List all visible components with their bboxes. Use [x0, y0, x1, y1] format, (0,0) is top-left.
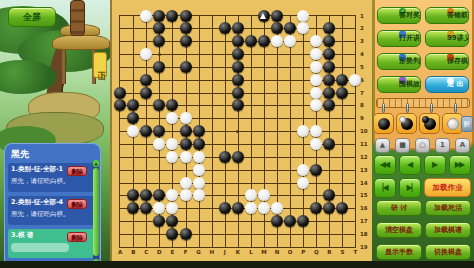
row-label: 11: [360, 141, 368, 147]
problem-subtitle: 黑先，请征吃白棋。: [11, 177, 70, 186]
column-label: M: [261, 249, 266, 255]
go-board[interactable]: ABCDEFGHJKLMNOPQRST123456789101112131415…: [110, 0, 372, 261]
black-stone: [180, 22, 192, 34]
black-stone-icon: [378, 118, 390, 130]
bottom-edge: [0, 261, 474, 268]
row-label: 18: [360, 231, 368, 237]
fast-forward-button[interactable]: ▶▶: [449, 155, 471, 175]
go-teaching-app: 全屏 下山 黑先 1.类别-征-全部-1 黑先，请征吃白棋。 删除 2.类别-征…: [0, 0, 474, 268]
white-stone-icon: [399, 116, 406, 123]
column-label: O: [288, 249, 293, 255]
star-point: [158, 53, 161, 56]
black-stone: [232, 87, 244, 99]
row-label: 12: [360, 154, 368, 160]
black-stone: [180, 35, 192, 47]
last-move-marker-icon: [260, 13, 266, 19]
place-black-alt-tool[interactable]: [419, 113, 440, 134]
position-judge-button[interactable]: 形势判断: [377, 53, 421, 70]
row-label: 19: [360, 244, 368, 250]
white-stone-icon: [447, 118, 459, 130]
reward-wrong-button[interactable]: 答错鼓励: [425, 7, 469, 24]
column-label: H: [209, 249, 214, 255]
column-label: R: [327, 249, 331, 255]
grid-line: [120, 234, 355, 235]
black-stone: [219, 151, 231, 163]
white-stone: [193, 151, 205, 163]
column-label: G: [196, 249, 201, 255]
pavilion-post: [62, 48, 66, 84]
black-stone: [232, 151, 244, 163]
place-black-tool[interactable]: [373, 113, 394, 134]
row-label: 17: [360, 218, 368, 224]
white-stone: [180, 177, 192, 189]
go-story-button[interactable]: 围棋故事: [377, 76, 421, 93]
triangle-marker-tool[interactable]: ▲: [375, 138, 390, 153]
black-stone: [193, 138, 205, 150]
black-stone: [232, 202, 244, 214]
column-label: E: [171, 249, 175, 255]
black-stone: [140, 74, 152, 86]
problem-title: 2.类别-征-全部-4: [11, 198, 63, 207]
totem-statue: [70, 0, 85, 36]
scrollbar[interactable]: ▲ ▼: [93, 160, 99, 266]
white-stone: [297, 164, 309, 176]
white-stone: [193, 189, 205, 201]
row-label: 16: [360, 205, 368, 211]
black-stone: [180, 228, 192, 240]
pavilion-roof: [52, 34, 110, 50]
hanging-tag[interactable]: 下山: [93, 52, 107, 78]
switch-board-button[interactable]: 切换棋盘: [425, 244, 471, 260]
black-stone: [193, 125, 205, 137]
white-stone: [180, 112, 192, 124]
row-label: 1: [360, 13, 364, 19]
discuss-button[interactable]: 研 讨: [376, 200, 422, 216]
black-stone: [180, 61, 192, 73]
back-button[interactable]: ◀: [399, 155, 421, 175]
problem-item[interactable]: 2.类别-征-全部-4 黑先，请征吃白棋。 删除: [8, 196, 97, 225]
black-stone: [114, 87, 126, 99]
row-label: 13: [360, 167, 368, 173]
alternate-stones-tool[interactable]: [396, 113, 417, 134]
scrollbar-thumb[interactable]: [93, 168, 99, 256]
delete-button[interactable]: 删除: [67, 166, 87, 176]
load-homework-button[interactable]: 加载作业: [424, 178, 471, 197]
white-stone: [310, 87, 322, 99]
column-label: P: [301, 249, 305, 255]
row-label: 9: [360, 115, 364, 121]
scroll-up-icon[interactable]: ▲: [93, 160, 99, 167]
row-label: 4: [360, 51, 364, 57]
solve-button[interactable]: 解: [461, 116, 473, 132]
letter-marker-tool[interactable]: A: [455, 138, 470, 153]
row-label: 2: [360, 25, 364, 31]
column-label: Q: [314, 249, 319, 255]
problem-subtitle: 黑先，请征吃白棋。: [11, 210, 70, 219]
row-label: 3: [360, 38, 364, 44]
lecture-99-button[interactable]: 99讲义: [425, 30, 469, 47]
black-stone: [310, 164, 322, 176]
column-label: S: [340, 249, 344, 255]
problem-title: 1.类别-征-全部-1: [11, 165, 63, 174]
reward-correct-button[interactable]: ✓答对奖励: [377, 7, 421, 24]
panel-title: 黑先: [11, 148, 29, 161]
row-label: 14: [360, 180, 368, 186]
number-marker-tool[interactable]: 1: [435, 138, 450, 153]
place-white-tool[interactable]: [442, 113, 463, 134]
to-end-button[interactable]: ▶|: [399, 178, 421, 198]
white-stone: [297, 10, 309, 22]
black-stone: [232, 48, 244, 60]
white-stone: [310, 74, 322, 86]
black-stone: [271, 10, 283, 22]
column-label: N: [275, 249, 280, 255]
peg: [406, 103, 409, 113]
load-tsumego-button[interactable]: 加载死活: [425, 200, 471, 216]
forward-button[interactable]: ▶: [424, 155, 446, 175]
column-label: L: [249, 249, 253, 255]
white-stone: [180, 189, 192, 201]
white-stone: [180, 151, 192, 163]
black-stone: [153, 10, 165, 22]
fullscreen-button[interactable]: 全屏: [8, 7, 56, 27]
white-stone: [297, 177, 309, 189]
black-stone: [166, 10, 178, 22]
column-label: A: [118, 249, 122, 255]
row-label: 5: [360, 64, 364, 70]
column-label: B: [131, 249, 135, 255]
row-label: 7: [360, 90, 364, 96]
column-label: F: [184, 249, 188, 255]
black-stone: [232, 74, 244, 86]
row-label: 10: [360, 128, 368, 134]
white-stone: [193, 164, 205, 176]
white-stone: [349, 74, 361, 86]
column-label: K: [236, 249, 240, 255]
problem-item[interactable]: 1.类别-征-全部-1 黑先，请征吃白棋。 删除: [8, 163, 97, 192]
open-lecture-button[interactable]: 打开讲义: [377, 30, 421, 47]
save-kifu-button[interactable]: 保存棋谱: [425, 53, 469, 70]
black-stone: [323, 74, 335, 86]
peg: [382, 103, 385, 113]
black-stone: [180, 138, 192, 150]
problem-title: 3.棋 谱: [11, 231, 33, 240]
black-stone: [336, 87, 348, 99]
column-label: D: [157, 249, 162, 255]
problem-subtitle-bar: [11, 243, 69, 252]
problem-list-panel: 黑先 1.类别-征-全部-1 黑先，请征吃白棋。 删除 2.类别-征-全部-4 …: [4, 143, 101, 268]
show-move-numbers-button[interactable]: 显示手数: [376, 244, 422, 260]
row-label: 8: [360, 102, 364, 108]
black-stone: [323, 87, 335, 99]
column-label: C: [144, 249, 148, 255]
grid-line: [120, 118, 355, 119]
peg: [454, 103, 457, 113]
black-stone: [180, 10, 192, 22]
black-stone: [258, 10, 270, 22]
control-panel: ✓答对奖励 答错鼓励 打开讲义 99讲义 形势判断 保存棋谱 围棋故事 退 出 …: [372, 0, 474, 268]
peg: [430, 103, 433, 113]
black-small-stone-icon: [422, 116, 429, 123]
black-stone: [232, 61, 244, 73]
black-stone: [219, 202, 231, 214]
load-kifu-button[interactable]: 加载棋谱: [425, 222, 471, 238]
to-start-button[interactable]: |◀: [374, 178, 396, 198]
column-label: J: [224, 249, 226, 255]
white-stone: [140, 10, 152, 22]
square-marker-tool[interactable]: ■: [395, 138, 410, 153]
fast-back-button[interactable]: ◀◀: [374, 155, 396, 175]
black-stone: [245, 35, 257, 47]
grid-line: [120, 183, 355, 184]
black-stone: [180, 125, 192, 137]
circle-marker-tool[interactable]: ○: [415, 138, 430, 153]
row-label: 15: [360, 192, 368, 198]
exit-button[interactable]: 退 出: [425, 76, 469, 93]
column-label: T: [354, 249, 358, 255]
clear-board-button[interactable]: 清空棋盘: [376, 222, 422, 238]
black-stone: [232, 35, 244, 47]
problem-item-selected[interactable]: 3.棋 谱 删除: [8, 229, 97, 258]
white-stone: [193, 177, 205, 189]
delete-button[interactable]: 删除: [67, 232, 87, 242]
delete-button[interactable]: 删除: [67, 199, 87, 209]
black-stone: [140, 87, 152, 99]
